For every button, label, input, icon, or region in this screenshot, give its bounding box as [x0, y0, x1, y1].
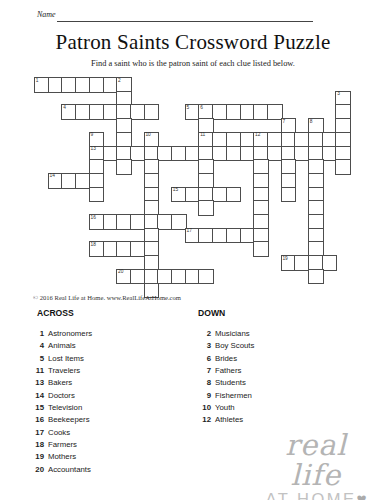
clue-item: 18Farmers: [0, 439, 92, 451]
clue-item: 10Youth: [0, 402, 254, 414]
clue-item-number: 18: [0, 439, 44, 451]
clue-item: 17Cooks: [0, 427, 92, 439]
grid-cell[interactable]: [116, 159, 132, 175]
real-life-at-home-logo: real life AT HOME♥: [256, 430, 376, 500]
grid-cell[interactable]: [281, 187, 297, 203]
logo-script-text: real life: [256, 430, 376, 490]
grid-cell[interactable]: [89, 187, 105, 203]
clue-number: 7: [282, 119, 285, 125]
clue-item-number: 7: [0, 365, 211, 377]
clue-item-number: 8: [0, 377, 211, 389]
down-clue-list: 2Musicians3Boy Scouts6Brides7Fathers8Stu…: [0, 328, 254, 427]
clue-item-text: Cooks: [44, 428, 70, 437]
clue-number: 4: [63, 105, 66, 111]
clue-item: 9Fishermen: [0, 390, 254, 402]
clue-item-text: Farmers: [44, 440, 77, 449]
clue-item-text: Fathers: [211, 366, 241, 375]
clue-number: 10: [145, 132, 150, 138]
clue-number: 1: [36, 78, 39, 84]
clue-item: 2Musicians: [0, 328, 254, 340]
clue-item-text: Accountants: [44, 465, 91, 474]
down-header: DOWN: [198, 308, 225, 318]
clue-item-text: Mothers: [44, 452, 76, 461]
clue-number: 5: [186, 105, 189, 111]
clue-item-text: Fishermen: [211, 391, 252, 400]
clue-number: 17: [186, 228, 191, 234]
clue-item: 6Brides: [0, 353, 254, 365]
clue-item-number: 3: [0, 340, 211, 352]
clue-item-text: Boy Scouts: [211, 341, 254, 350]
clue-item-text: Youth: [211, 403, 235, 412]
clue-item: 20Accountants: [0, 464, 92, 476]
clue-item-number: 17: [0, 427, 44, 439]
clue-item-number: 2: [0, 328, 211, 340]
clue-item-number: 6: [0, 353, 211, 365]
clue-item-text: Athletes: [211, 415, 243, 424]
clue-number: 9: [91, 132, 94, 138]
clue-item-number: 20: [0, 464, 44, 476]
clue-item: 8Students: [0, 377, 254, 389]
logo-caption: AT HOME♥: [256, 490, 376, 500]
clue-number: 15: [173, 187, 178, 193]
clue-item: 7Fathers: [0, 365, 254, 377]
clue-number: 19: [282, 256, 287, 262]
grid-cell[interactable]: [253, 241, 269, 257]
grid-cell[interactable]: [226, 187, 242, 203]
clue-item: 12Athletes: [0, 414, 254, 426]
clue-number: 8: [310, 119, 313, 125]
clue-number: 2: [118, 78, 121, 84]
clue-item-number: 9: [0, 390, 211, 402]
clue-number: 18: [91, 242, 96, 248]
clue-item-text: Musicians: [211, 329, 250, 338]
clue-number: 20: [118, 269, 123, 275]
across-header: ACROSS: [37, 308, 74, 318]
grid-cell[interactable]: [198, 200, 214, 216]
clue-number: 13: [91, 146, 96, 152]
clue-item-number: 19: [0, 451, 44, 463]
worksheet-page: Name Patron Saints Crossword Puzzle Find…: [0, 0, 386, 500]
clue-item-number: 10: [0, 402, 211, 414]
grid-cell[interactable]: [198, 269, 214, 285]
clue-item-text: Brides: [211, 354, 237, 363]
clue-item-number: 12: [0, 414, 211, 426]
clue-number: 12: [255, 132, 260, 138]
clue-number: 11: [200, 132, 205, 138]
grid-cell[interactable]: [322, 255, 338, 271]
grid-cell[interactable]: [308, 269, 324, 285]
clue-item: 19Mothers: [0, 451, 92, 463]
clue-number: 6: [200, 105, 203, 111]
heart-icon: ♥: [357, 490, 367, 500]
grid-cell[interactable]: [144, 104, 160, 120]
clue-number: 16: [91, 215, 96, 221]
clue-number: 14: [49, 173, 54, 179]
grid-cell[interactable]: [335, 159, 351, 175]
clue-item-text: Students: [211, 378, 246, 387]
clue-item: 3Boy Scouts: [0, 340, 254, 352]
clue-number: 3: [337, 91, 340, 97]
copyright-footer: © 2016 Real Life at Home. www.RealLifeAt…: [33, 294, 181, 301]
